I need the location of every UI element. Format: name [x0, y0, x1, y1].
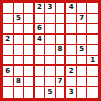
given-digit: 8	[16, 78, 21, 85]
given-digit: 6	[5, 68, 10, 75]
given-digit: 7	[58, 78, 63, 85]
cell-r7c2[interactable]	[14, 66, 25, 77]
cell-r8c4[interactable]	[35, 77, 46, 88]
cell-r4c3[interactable]	[24, 35, 35, 46]
cell-r9c5[interactable]: 5	[45, 87, 56, 98]
cell-r5c6[interactable]: 8	[56, 45, 67, 56]
given-digit: 5	[79, 46, 84, 53]
cell-r7c4[interactable]	[35, 66, 46, 77]
cell-r6c7[interactable]	[66, 56, 77, 67]
cell-r5c4[interactable]	[35, 45, 46, 56]
cell-r6c5[interactable]	[45, 56, 56, 67]
cell-r6c1[interactable]	[3, 56, 14, 67]
cell-r3c6[interactable]	[56, 24, 67, 35]
cell-r8c1[interactable]	[3, 77, 14, 88]
given-digit: 3	[69, 89, 74, 96]
cell-r2c6[interactable]	[56, 14, 67, 25]
cell-r6c6[interactable]	[56, 56, 67, 67]
cell-r1c5[interactable]: 3	[45, 3, 56, 14]
given-digit: 2	[5, 36, 10, 43]
cell-r7c5[interactable]	[45, 66, 56, 77]
cell-r1c6[interactable]	[56, 3, 67, 14]
cell-r2c4[interactable]	[35, 14, 46, 25]
sudoku-board: 23457624851628753	[0, 0, 101, 101]
cell-r9c4[interactable]	[35, 87, 46, 98]
given-digit: 3	[48, 4, 53, 11]
cell-r8c2[interactable]: 8	[14, 77, 25, 88]
cell-r6c8[interactable]	[77, 56, 88, 67]
cell-r5c7[interactable]	[66, 45, 77, 56]
cell-r7c6[interactable]	[56, 66, 67, 77]
cell-r2c1[interactable]	[3, 14, 14, 25]
cell-r3c2[interactable]	[14, 24, 25, 35]
cell-r2c7[interactable]	[66, 14, 77, 25]
cell-r1c3[interactable]	[24, 3, 35, 14]
cell-r7c3[interactable]	[24, 66, 35, 77]
cell-r2c5[interactable]	[45, 14, 56, 25]
cell-r5c8[interactable]: 5	[77, 45, 88, 56]
cell-r1c8[interactable]	[77, 3, 88, 14]
cell-r4c1[interactable]: 2	[3, 35, 14, 46]
cell-r4c2[interactable]	[14, 35, 25, 46]
cell-r2c9[interactable]	[87, 14, 98, 25]
cell-r2c3[interactable]	[24, 14, 35, 25]
cell-r4c5[interactable]	[45, 35, 56, 46]
cell-r4c7[interactable]	[66, 35, 77, 46]
cell-r4c8[interactable]	[77, 35, 88, 46]
cell-r5c5[interactable]	[45, 45, 56, 56]
cell-r7c1[interactable]: 6	[3, 66, 14, 77]
cell-r4c6[interactable]	[56, 35, 67, 46]
cell-r6c4[interactable]	[35, 56, 46, 67]
cell-r3c8[interactable]	[77, 24, 88, 35]
cell-r3c7[interactable]	[66, 24, 77, 35]
given-digit: 2	[37, 4, 42, 11]
cell-r9c8[interactable]	[77, 87, 88, 98]
cell-r6c9[interactable]: 1	[87, 56, 98, 67]
cell-r3c3[interactable]	[24, 24, 35, 35]
cell-r3c9[interactable]	[87, 24, 98, 35]
cell-r6c2[interactable]	[14, 56, 25, 67]
cell-r8c6[interactable]: 7	[56, 77, 67, 88]
cell-r1c1[interactable]	[3, 3, 14, 14]
cell-r5c1[interactable]	[3, 45, 14, 56]
cell-r1c2[interactable]	[14, 3, 25, 14]
cell-r8c9[interactable]	[87, 77, 98, 88]
given-digit: 8	[58, 46, 63, 53]
cell-r7c7[interactable]: 2	[66, 66, 77, 77]
cell-r9c1[interactable]	[3, 87, 14, 98]
cell-r8c8[interactable]	[77, 77, 88, 88]
given-digit: 2	[69, 68, 74, 75]
cell-r3c1[interactable]	[3, 24, 14, 35]
cell-r8c7[interactable]	[66, 77, 77, 88]
cell-r9c6[interactable]	[56, 87, 67, 98]
cell-r3c4[interactable]: 6	[35, 24, 46, 35]
cell-r9c2[interactable]	[14, 87, 25, 98]
cell-r1c4[interactable]: 2	[35, 3, 46, 14]
given-digit: 4	[37, 36, 42, 43]
cell-r8c3[interactable]	[24, 77, 35, 88]
cell-r1c7[interactable]: 4	[66, 3, 77, 14]
cell-r2c2[interactable]: 5	[14, 14, 25, 25]
cell-r7c9[interactable]	[87, 66, 98, 77]
cell-r6c3[interactable]	[24, 56, 35, 67]
cell-r5c2[interactable]	[14, 45, 25, 56]
cell-r8c5[interactable]	[45, 77, 56, 88]
cell-r5c3[interactable]	[24, 45, 35, 56]
given-digit: 7	[79, 15, 84, 22]
cell-r4c4[interactable]: 4	[35, 35, 46, 46]
cell-r9c3[interactable]	[24, 87, 35, 98]
cell-r3c5[interactable]	[45, 24, 56, 35]
given-digit: 5	[48, 89, 53, 96]
cell-r9c7[interactable]: 3	[66, 87, 77, 98]
cell-r9c9[interactable]	[87, 87, 98, 98]
cell-r4c9[interactable]	[87, 35, 98, 46]
given-digit: 6	[37, 25, 42, 32]
given-digit: 4	[69, 4, 74, 11]
cell-r1c9[interactable]	[87, 3, 98, 14]
given-digit: 1	[90, 57, 95, 64]
cell-r5c9[interactable]	[87, 45, 98, 56]
cell-r7c8[interactable]	[77, 66, 88, 77]
given-digit: 5	[16, 15, 21, 22]
cell-r2c8[interactable]: 7	[77, 14, 88, 25]
